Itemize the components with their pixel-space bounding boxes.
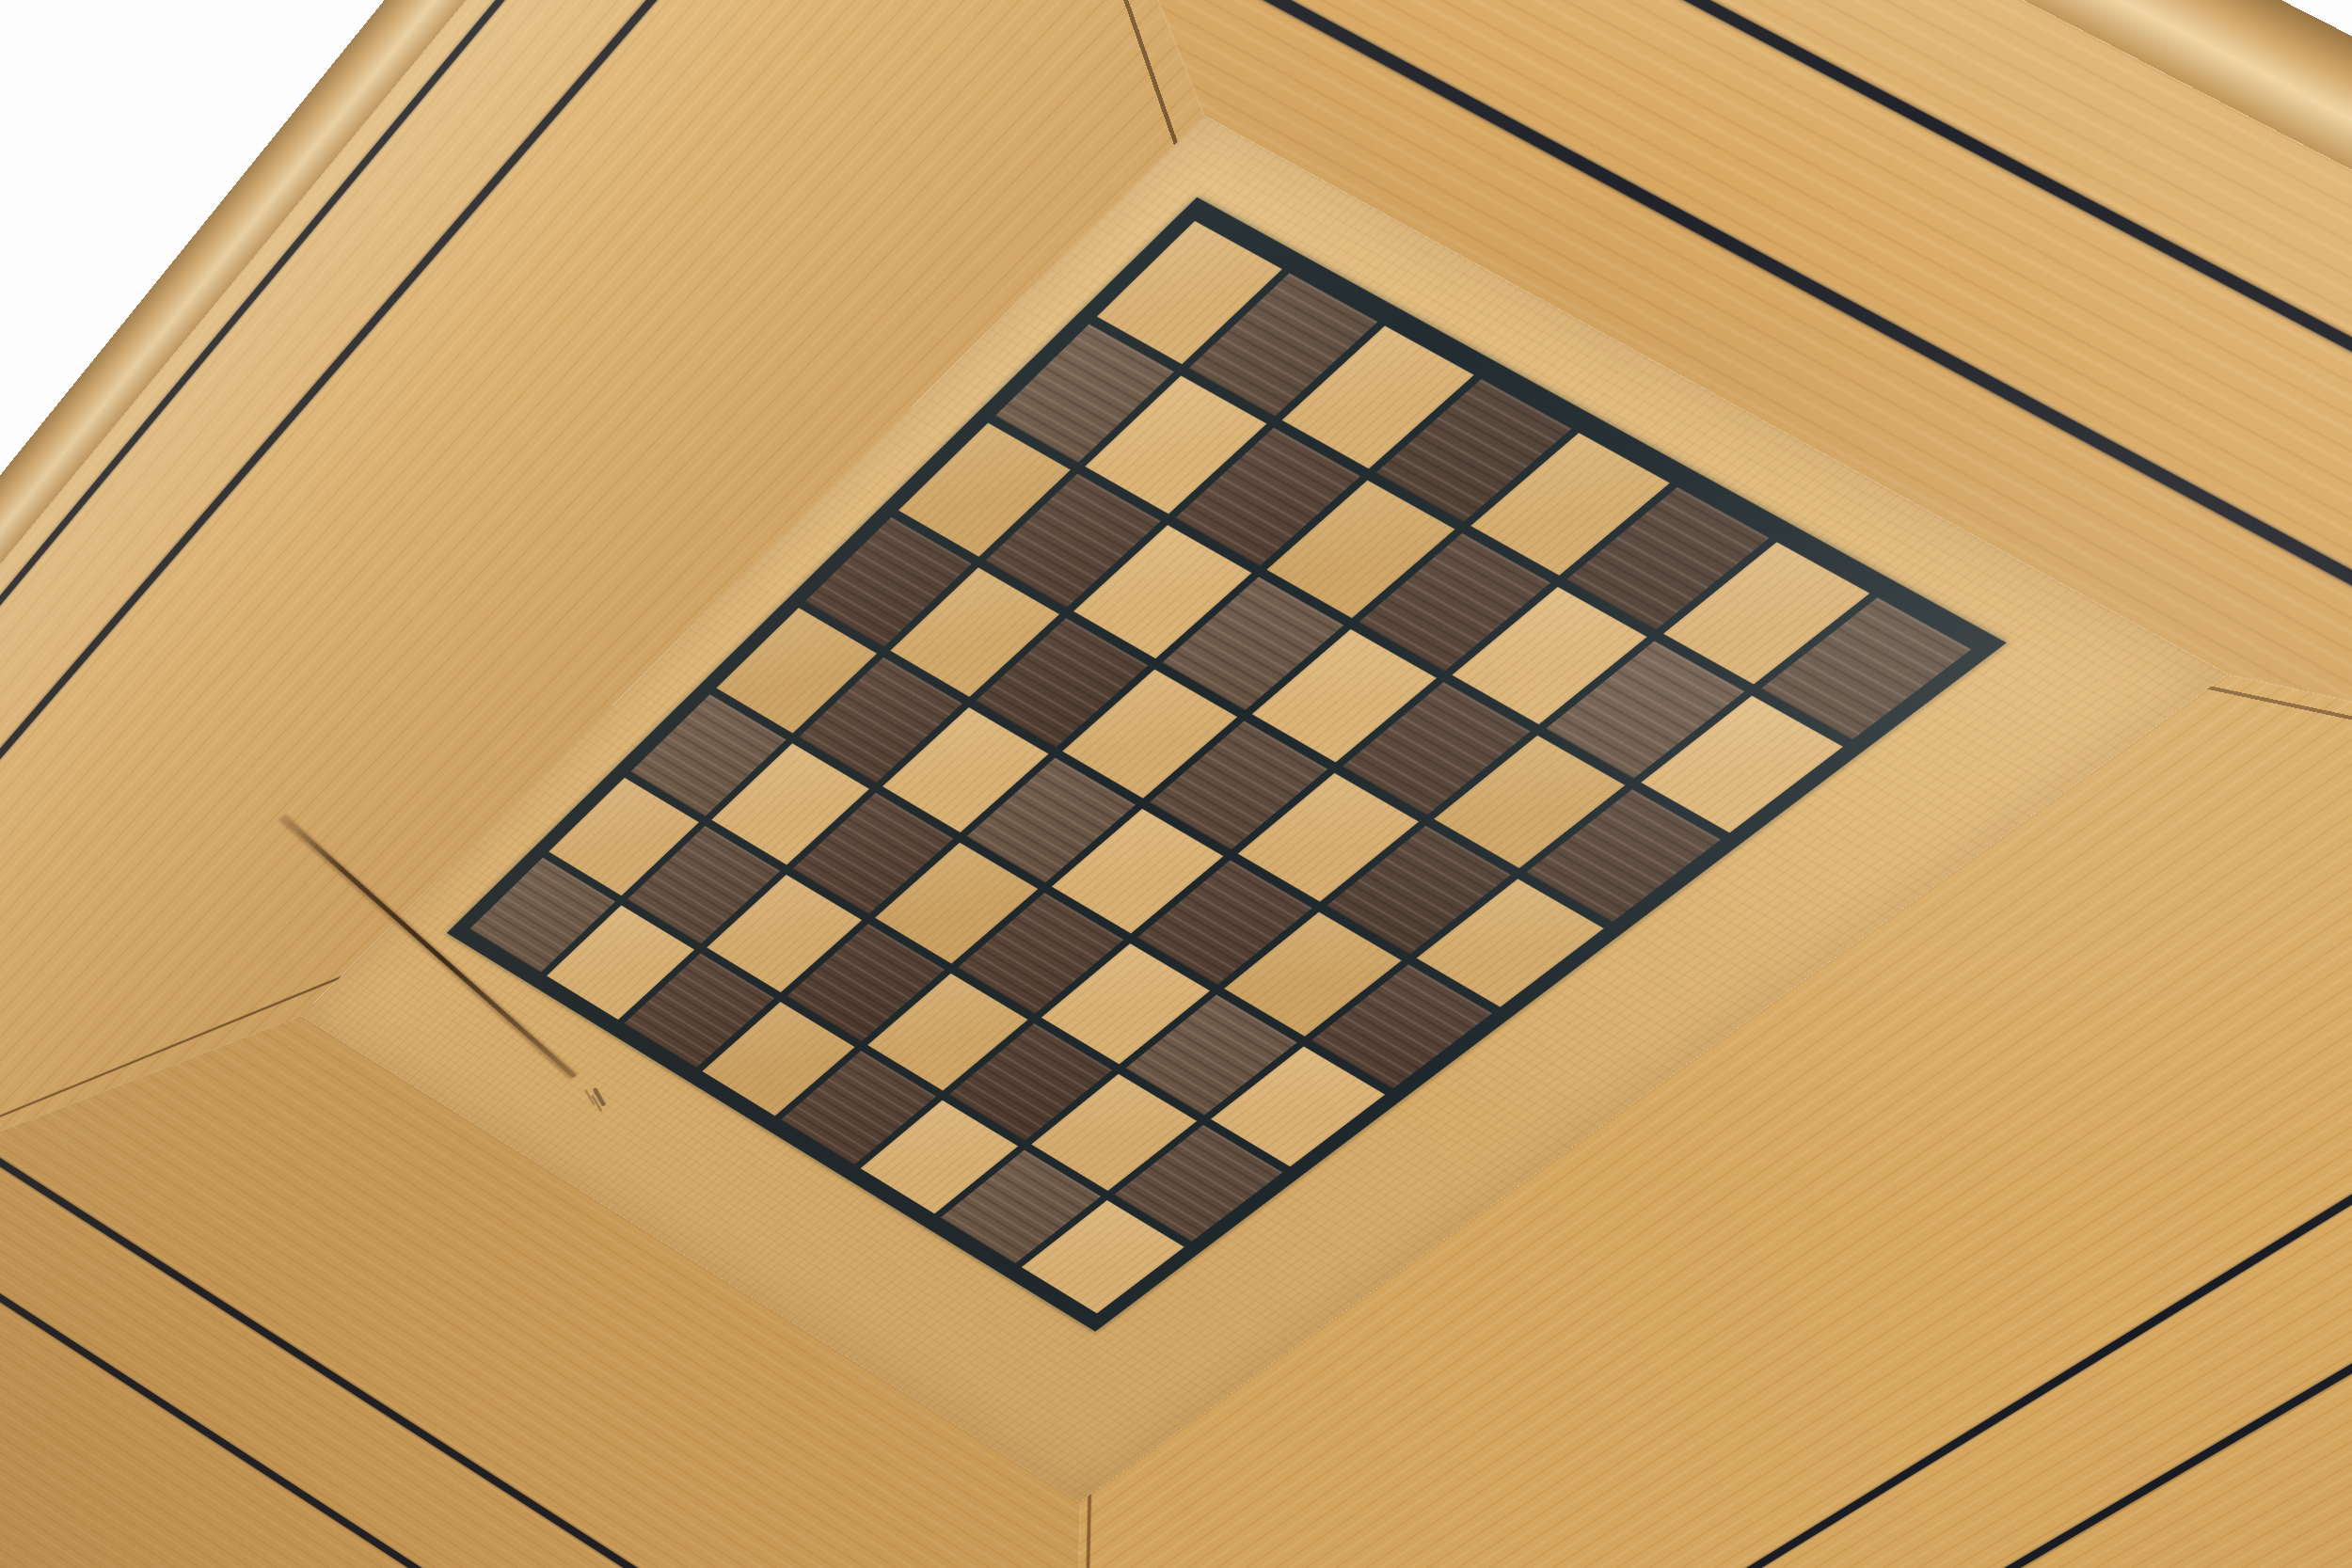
- table-top: [0, 0, 2352, 1568]
- photo-canvas: [0, 0, 2352, 1568]
